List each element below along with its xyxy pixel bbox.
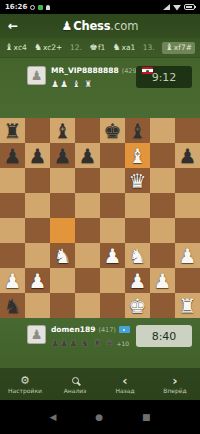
wifi-icon — [173, 4, 181, 11]
square-c7[interactable]: ♟ — [50, 143, 75, 168]
square-b5[interactable] — [25, 193, 50, 218]
square-b4[interactable] — [25, 218, 50, 243]
search-icon — [72, 375, 79, 387]
square-d2[interactable] — [75, 268, 100, 293]
player-bottom-info: domen189 (417) ♟♟♟♞♜♛+10 — [51, 325, 136, 368]
square-b1[interactable] — [25, 293, 50, 318]
back-move-button[interactable]: ‹Назад — [100, 368, 150, 400]
captured-black-pawn-icon: ♟ — [51, 339, 59, 348]
move[interactable]: ♞xc2+ — [34, 43, 62, 52]
app-notification-icon — [38, 5, 43, 10]
clock-white: 8:40 — [136, 325, 192, 347]
android-recents-button[interactable]: ■ — [142, 413, 151, 422]
captured-black-knight-icon: ♞ — [81, 339, 89, 348]
square-a7[interactable]: ♟ — [0, 143, 25, 168]
captured-black-pawn-icon: ♟ — [69, 339, 77, 348]
white-pawn: ♟ — [154, 271, 172, 291]
status-left: 16:26 — [5, 3, 50, 11]
square-d1[interactable] — [75, 293, 100, 318]
pawn-avatar-icon: ♟ — [31, 69, 43, 82]
black-bishop: ♝ — [129, 121, 147, 141]
square-d4[interactable] — [75, 218, 100, 243]
square-d6[interactable] — [75, 168, 100, 193]
square-e6[interactable] — [100, 168, 125, 193]
player-top[interactable]: ♟ MR_VIP8888888 (429) ♟♟♝♜ 9:12 — [0, 58, 200, 118]
white-knight: ♞ — [54, 246, 72, 266]
square-f7[interactable]: ♝ — [125, 143, 150, 168]
back-button[interactable]: ← — [8, 20, 18, 32]
square-d8[interactable] — [75, 118, 100, 143]
black-king: ♚ — [104, 121, 122, 141]
white-knight: ♞ — [129, 246, 147, 266]
chevron-left-icon: ‹ — [122, 375, 127, 387]
android-navbar: ◀ ● ■ — [0, 400, 200, 434]
move[interactable]: ♝xf7# — [162, 42, 195, 54]
forward-move-button[interactable]: ›Вперёд — [150, 368, 200, 400]
square-g7[interactable] — [150, 143, 175, 168]
square-h6[interactable] — [175, 168, 200, 193]
square-c5[interactable] — [50, 193, 75, 218]
captured-white-bishop-icon: ♝ — [72, 80, 80, 89]
captured-white-pawn-icon: ♟ — [51, 80, 59, 89]
white-pawn: ♟ — [129, 271, 147, 291]
square-h3[interactable]: ♟ — [175, 243, 200, 268]
square-e3[interactable]: ♟ — [100, 243, 125, 268]
square-f1[interactable]: ♚ — [125, 293, 150, 318]
white-pawn: ♟ — [179, 246, 197, 266]
square-f2[interactable]: ♟ — [125, 268, 150, 293]
nav-label: Анализ — [64, 388, 87, 394]
square-a6[interactable] — [0, 168, 25, 193]
player-name: domen189 — [51, 325, 95, 334]
captured-black-rook-icon: ♜ — [93, 339, 101, 348]
square-c2[interactable] — [50, 268, 75, 293]
captured-black-queen-icon: ♛ — [105, 339, 113, 348]
piece-figurine-icon: ♚ — [89, 43, 97, 52]
screen: 16:26 ← ♟ Chess .com ♝xc4♞xc2+12.♚f1♞xa1… — [0, 0, 200, 434]
bottom-toolbar: ⚙НастройкиАнализ‹Назад›Вперёд — [0, 368, 200, 400]
square-a4[interactable] — [0, 218, 25, 243]
square-g6[interactable] — [150, 168, 175, 193]
square-f5[interactable] — [125, 193, 150, 218]
black-pawn: ♟ — [4, 146, 22, 166]
status-right — [163, 4, 195, 11]
status-bar: 16:26 — [0, 0, 200, 14]
nav-label: Вперёд — [163, 388, 186, 394]
square-h2[interactable] — [175, 268, 200, 293]
square-a8[interactable]: ♜ — [0, 118, 25, 143]
player-top-info: MR_VIP8888888 (429) ♟♟♝♜ — [51, 66, 136, 118]
notification-icon — [46, 5, 50, 10]
move[interactable]: ♚f1 — [89, 43, 105, 52]
square-c6[interactable] — [50, 168, 75, 193]
avatar[interactable]: ♟ — [27, 66, 46, 85]
square-b6[interactable] — [25, 168, 50, 193]
square-f8[interactable]: ♝ — [125, 118, 150, 143]
square-h1[interactable]: ♜ — [175, 293, 200, 318]
player-name: MR_VIP8888888 — [51, 66, 119, 75]
move-number: 12. — [70, 43, 82, 52]
chess-board: ♜♝♚♝♟♟♟♟♝♟♛♞♟♞♟♟♟♟♟♞♚♜ — [0, 118, 200, 318]
black-pawn: ♟ — [179, 146, 197, 166]
settings-button[interactable]: ⚙Настройки — [0, 368, 50, 400]
nav-label: Настройки — [8, 388, 42, 394]
square-b7[interactable]: ♟ — [25, 143, 50, 168]
white-king: ♚ — [129, 296, 147, 316]
android-back-button[interactable]: ◀ — [49, 413, 56, 422]
piece-figurine-icon: ♝ — [165, 43, 173, 52]
chesscom-logo: ♟ Chess .com — [61, 19, 138, 33]
lebanon-flag-icon — [142, 67, 153, 74]
logo-suffix: .com — [110, 19, 138, 33]
battery-icon — [184, 4, 195, 10]
move[interactable]: ♝xc4 — [5, 43, 27, 52]
avatar[interactable]: ♟ — [27, 325, 46, 344]
square-g5[interactable] — [150, 193, 175, 218]
move[interactable]: ♞xa1 — [113, 43, 135, 52]
signal-icon — [163, 4, 170, 10]
pawn-avatar-icon: ♟ — [31, 328, 43, 341]
white-bishop: ♝ — [129, 146, 147, 166]
square-g4[interactable] — [150, 218, 175, 243]
captured-white-pawn-icon: ♟ — [60, 80, 68, 89]
square-f3[interactable]: ♞ — [125, 243, 150, 268]
square-h5[interactable] — [175, 193, 200, 218]
square-f4[interactable] — [125, 218, 150, 243]
square-d7[interactable]: ♟ — [75, 143, 100, 168]
captured-pieces-bottom: ♟♟♟♞♜♛+10 — [51, 338, 136, 348]
captured-pieces-top: ♟♟♝♜ — [51, 79, 136, 89]
analysis-button[interactable]: Анализ — [50, 368, 100, 400]
app-header: ← ♟ Chess .com — [0, 14, 200, 38]
black-pawn: ♟ — [29, 146, 47, 166]
square-a3[interactable] — [0, 243, 25, 268]
square-b2[interactable]: ♟ — [25, 268, 50, 293]
black-bishop: ♝ — [54, 121, 72, 141]
square-g2[interactable]: ♟ — [150, 268, 175, 293]
square-d3[interactable] — [75, 243, 100, 268]
square-h4[interactable] — [175, 218, 200, 243]
player-bottom[interactable]: ♟ domen189 (417) ♟♟♟♞♜♛+10 8:40 — [0, 318, 200, 368]
square-c3[interactable]: ♞ — [50, 243, 75, 268]
piece-figurine-icon: ♝ — [5, 43, 13, 52]
gear-icon: ⚙ — [20, 375, 30, 387]
square-b3[interactable] — [25, 243, 50, 268]
piece-figurine-icon: ♞ — [34, 43, 42, 52]
black-knight: ♞ — [4, 296, 22, 316]
captured-black-pawn-icon: ♟ — [60, 339, 68, 348]
white-pawn: ♟ — [104, 246, 122, 266]
square-c4[interactable] — [50, 218, 75, 243]
square-b8[interactable] — [25, 118, 50, 143]
pawn-logo-icon: ♟ — [61, 20, 72, 32]
player-rating: (417) — [98, 326, 115, 334]
square-a5[interactable] — [0, 193, 25, 218]
square-a2[interactable]: ♟ — [0, 268, 25, 293]
captured-white-rook-icon: ♜ — [84, 80, 92, 89]
chevron-right-icon: › — [172, 375, 177, 387]
square-e2[interactable] — [100, 268, 125, 293]
square-e5[interactable] — [100, 193, 125, 218]
square-f6[interactable]: ♛ — [125, 168, 150, 193]
black-rook: ♜ — [4, 121, 22, 141]
square-c8[interactable]: ♝ — [50, 118, 75, 143]
square-c1[interactable] — [50, 293, 75, 318]
black-pawn: ♟ — [54, 146, 72, 166]
android-home-button[interactable]: ● — [95, 413, 103, 422]
logo-text: Chess — [73, 19, 110, 33]
alarm-icon — [30, 5, 35, 10]
nav-label: Назад — [115, 388, 134, 394]
white-queen: ♛ — [129, 171, 147, 191]
move-number: 13. — [143, 43, 155, 52]
square-e4[interactable] — [100, 218, 125, 243]
white-rook: ♜ — [179, 296, 197, 316]
square-g1[interactable] — [150, 293, 175, 318]
white-pawn: ♟ — [29, 271, 47, 291]
move-list: ♝xc4♞xc2+12.♚f1♞xa113.♝xf7# — [0, 38, 200, 58]
square-d5[interactable] — [75, 193, 100, 218]
clock-time: 16:26 — [5, 3, 27, 11]
square-g3[interactable] — [150, 243, 175, 268]
black-pawn: ♟ — [79, 146, 97, 166]
piece-figurine-icon: ♞ — [113, 43, 121, 52]
square-a1[interactable]: ♞ — [0, 293, 25, 318]
square-e8[interactable]: ♚ — [100, 118, 125, 143]
material-advantage: +10 — [116, 340, 129, 347]
flag-icon — [119, 326, 130, 333]
square-h8[interactable] — [175, 118, 200, 143]
square-g8[interactable] — [150, 118, 175, 143]
square-e7[interactable] — [100, 143, 125, 168]
white-pawn: ♟ — [4, 271, 22, 291]
square-h7[interactable]: ♟ — [175, 143, 200, 168]
square-e1[interactable] — [100, 293, 125, 318]
